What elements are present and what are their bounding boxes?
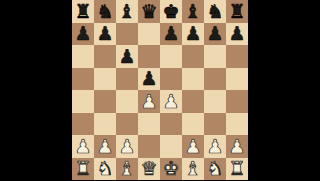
white-pawn-icon: ♟ bbox=[96, 136, 113, 155]
black-bishop-icon: ♝ bbox=[184, 1, 201, 20]
square-f7[interactable]: ♟ bbox=[182, 23, 204, 46]
square-d6[interactable] bbox=[138, 45, 160, 68]
black-bishop-icon: ♝ bbox=[118, 1, 135, 20]
black-queen-icon: ♛ bbox=[140, 1, 157, 20]
black-pawn-icon: ♟ bbox=[140, 69, 157, 88]
square-b3[interactable] bbox=[94, 113, 116, 136]
white-pawn-icon: ♟ bbox=[162, 91, 179, 110]
white-pawn-icon: ♟ bbox=[228, 136, 245, 155]
white-knight-icon: ♞ bbox=[206, 159, 223, 178]
square-b2[interactable]: ♟ bbox=[94, 135, 116, 158]
square-b5[interactable] bbox=[94, 68, 116, 91]
black-pawn-icon: ♟ bbox=[228, 24, 245, 43]
square-f4[interactable] bbox=[182, 90, 204, 113]
white-pawn-icon: ♟ bbox=[74, 136, 91, 155]
square-a7[interactable]: ♟ bbox=[72, 23, 94, 46]
white-king-icon: ♚ bbox=[162, 159, 179, 178]
square-f8[interactable]: ♝ bbox=[182, 0, 204, 23]
white-knight-icon: ♞ bbox=[96, 159, 113, 178]
white-rook-icon: ♜ bbox=[74, 159, 91, 178]
square-f6[interactable] bbox=[182, 45, 204, 68]
square-b8[interactable]: ♞ bbox=[94, 0, 116, 23]
black-rook-icon: ♜ bbox=[74, 1, 91, 20]
black-knight-icon: ♞ bbox=[96, 1, 113, 20]
square-e8[interactable]: ♚ bbox=[160, 0, 182, 23]
square-g7[interactable]: ♟ bbox=[204, 23, 226, 46]
square-g8[interactable]: ♞ bbox=[204, 0, 226, 23]
black-knight-icon: ♞ bbox=[206, 1, 223, 20]
square-h4[interactable] bbox=[226, 90, 248, 113]
black-rook-icon: ♜ bbox=[228, 1, 245, 20]
square-h5[interactable] bbox=[226, 68, 248, 91]
square-f3[interactable] bbox=[182, 113, 204, 136]
square-c4[interactable] bbox=[116, 90, 138, 113]
square-d1[interactable]: ♛ bbox=[138, 158, 160, 181]
black-pawn-icon: ♟ bbox=[184, 24, 201, 43]
square-c8[interactable]: ♝ bbox=[116, 0, 138, 23]
square-h2[interactable]: ♟ bbox=[226, 135, 248, 158]
square-b7[interactable]: ♟ bbox=[94, 23, 116, 46]
square-d8[interactable]: ♛ bbox=[138, 0, 160, 23]
square-h1[interactable]: ♜ bbox=[226, 158, 248, 181]
square-h8[interactable]: ♜ bbox=[226, 0, 248, 23]
square-b4[interactable] bbox=[94, 90, 116, 113]
square-h3[interactable] bbox=[226, 113, 248, 136]
square-f5[interactable] bbox=[182, 68, 204, 91]
square-g1[interactable]: ♞ bbox=[204, 158, 226, 181]
square-a8[interactable]: ♜ bbox=[72, 0, 94, 23]
square-h6[interactable] bbox=[226, 45, 248, 68]
square-a6[interactable] bbox=[72, 45, 94, 68]
square-e4[interactable]: ♟ bbox=[160, 90, 182, 113]
white-pawn-icon: ♟ bbox=[118, 136, 135, 155]
square-e5[interactable] bbox=[160, 68, 182, 91]
square-h7[interactable]: ♟ bbox=[226, 23, 248, 46]
page-background: ♜♞♝♛♚♝♞♜♟♟♟♟♟♟♟♟♟♟♟♟♟♟♟♟♜♞♝♛♚♝♞♜ bbox=[0, 0, 320, 180]
square-d4[interactable]: ♟ bbox=[138, 90, 160, 113]
white-bishop-icon: ♝ bbox=[118, 159, 135, 178]
square-d2[interactable] bbox=[138, 135, 160, 158]
square-b6[interactable] bbox=[94, 45, 116, 68]
square-c3[interactable] bbox=[116, 113, 138, 136]
square-g2[interactable]: ♟ bbox=[204, 135, 226, 158]
square-a4[interactable] bbox=[72, 90, 94, 113]
square-c1[interactable]: ♝ bbox=[116, 158, 138, 181]
square-e2[interactable] bbox=[160, 135, 182, 158]
white-bishop-icon: ♝ bbox=[184, 159, 201, 178]
square-d7[interactable] bbox=[138, 23, 160, 46]
black-pawn-icon: ♟ bbox=[162, 24, 179, 43]
square-e7[interactable]: ♟ bbox=[160, 23, 182, 46]
square-a3[interactable] bbox=[72, 113, 94, 136]
black-pawn-icon: ♟ bbox=[118, 46, 135, 65]
square-e1[interactable]: ♚ bbox=[160, 158, 182, 181]
square-a5[interactable] bbox=[72, 68, 94, 91]
white-rook-icon: ♜ bbox=[228, 159, 245, 178]
black-king-icon: ♚ bbox=[162, 1, 179, 20]
white-pawn-icon: ♟ bbox=[140, 91, 157, 110]
black-pawn-icon: ♟ bbox=[96, 24, 113, 43]
square-g6[interactable] bbox=[204, 45, 226, 68]
square-g5[interactable] bbox=[204, 68, 226, 91]
square-f2[interactable]: ♟ bbox=[182, 135, 204, 158]
chess-board: ♜♞♝♛♚♝♞♜♟♟♟♟♟♟♟♟♟♟♟♟♟♟♟♟♜♞♝♛♚♝♞♜ bbox=[72, 0, 248, 180]
white-pawn-icon: ♟ bbox=[206, 136, 223, 155]
white-pawn-icon: ♟ bbox=[184, 136, 201, 155]
square-a1[interactable]: ♜ bbox=[72, 158, 94, 181]
square-c6[interactable]: ♟ bbox=[116, 45, 138, 68]
black-pawn-icon: ♟ bbox=[206, 24, 223, 43]
square-a2[interactable]: ♟ bbox=[72, 135, 94, 158]
square-d5[interactable]: ♟ bbox=[138, 68, 160, 91]
square-b1[interactable]: ♞ bbox=[94, 158, 116, 181]
square-d3[interactable] bbox=[138, 113, 160, 136]
square-c7[interactable] bbox=[116, 23, 138, 46]
black-pawn-icon: ♟ bbox=[74, 24, 91, 43]
square-e6[interactable] bbox=[160, 45, 182, 68]
square-f1[interactable]: ♝ bbox=[182, 158, 204, 181]
white-queen-icon: ♛ bbox=[140, 159, 157, 178]
square-g3[interactable] bbox=[204, 113, 226, 136]
square-c2[interactable]: ♟ bbox=[116, 135, 138, 158]
square-c5[interactable] bbox=[116, 68, 138, 91]
square-g4[interactable] bbox=[204, 90, 226, 113]
square-e3[interactable] bbox=[160, 113, 182, 136]
